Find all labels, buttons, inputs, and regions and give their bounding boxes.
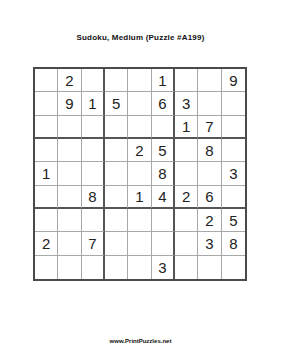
cell-r6c1[interactable]: [35, 186, 58, 209]
cell-r5c8[interactable]: [198, 162, 221, 185]
cell-r2c4[interactable]: 5: [105, 92, 128, 115]
cell-r9c1[interactable]: [35, 256, 58, 279]
cell-r3c2[interactable]: [58, 116, 81, 139]
page-title: Sudoku, Medium (Puzzle #A199): [0, 33, 281, 42]
cell-r7c2[interactable]: [58, 209, 81, 232]
cell-r9c2[interactable]: [58, 256, 81, 279]
cell-r3c6[interactable]: [152, 116, 175, 139]
cell-r5c2[interactable]: [58, 162, 81, 185]
cell-r4c3[interactable]: [82, 139, 105, 162]
cell-r8c5[interactable]: [128, 232, 151, 255]
cell-r8c2[interactable]: [58, 232, 81, 255]
cell-r8c1[interactable]: 2: [35, 232, 58, 255]
cell-r1c9[interactable]: 9: [222, 69, 245, 92]
cell-r5c1[interactable]: 1: [35, 162, 58, 185]
cell-r1c8[interactable]: [198, 69, 221, 92]
cell-r3c3[interactable]: [82, 116, 105, 139]
cell-r2c7[interactable]: 3: [175, 92, 198, 115]
cell-r9c3[interactable]: [82, 256, 105, 279]
cell-r5c7[interactable]: [175, 162, 198, 185]
cell-r6c9[interactable]: [222, 186, 245, 209]
cell-r1c4[interactable]: [105, 69, 128, 92]
cell-r7c6[interactable]: [152, 209, 175, 232]
cell-r7c1[interactable]: [35, 209, 58, 232]
cell-r9c8[interactable]: [198, 256, 221, 279]
cell-r8c3[interactable]: 7: [82, 232, 105, 255]
cell-r2c3[interactable]: 1: [82, 92, 105, 115]
cell-r1c7[interactable]: [175, 69, 198, 92]
cell-r4c7[interactable]: [175, 139, 198, 162]
cell-r8c8[interactable]: 3: [198, 232, 221, 255]
cell-r2c6[interactable]: 6: [152, 92, 175, 115]
cell-r2c2[interactable]: 9: [58, 92, 81, 115]
cell-r5c5[interactable]: [128, 162, 151, 185]
cell-r2c9[interactable]: [222, 92, 245, 115]
cell-r7c5[interactable]: [128, 209, 151, 232]
cell-r5c6[interactable]: 8: [152, 162, 175, 185]
cell-r7c4[interactable]: [105, 209, 128, 232]
cell-r9c5[interactable]: [128, 256, 151, 279]
cell-r3c7[interactable]: 1: [175, 116, 198, 139]
cell-r6c8[interactable]: 6: [198, 186, 221, 209]
cell-r9c4[interactable]: [105, 256, 128, 279]
cell-r4c8[interactable]: 8: [198, 139, 221, 162]
cell-r8c6[interactable]: [152, 232, 175, 255]
footer-url: www.PrintPuzzles.net: [0, 338, 281, 344]
cell-r3c8[interactable]: 7: [198, 116, 221, 139]
cell-r6c3[interactable]: 8: [82, 186, 105, 209]
cell-r9c7[interactable]: [175, 256, 198, 279]
cell-r4c1[interactable]: [35, 139, 58, 162]
cell-r3c1[interactable]: [35, 116, 58, 139]
cell-r6c7[interactable]: 2: [175, 186, 198, 209]
cell-r8c4[interactable]: [105, 232, 128, 255]
cell-r6c2[interactable]: [58, 186, 81, 209]
cell-r1c6[interactable]: 1: [152, 69, 175, 92]
cell-r7c8[interactable]: 2: [198, 209, 221, 232]
cell-r3c5[interactable]: [128, 116, 151, 139]
sudoku-board: 2199156317258183814262527383: [33, 67, 247, 281]
cell-r2c8[interactable]: [198, 92, 221, 115]
cell-r3c4[interactable]: [105, 116, 128, 139]
cell-r6c6[interactable]: 4: [152, 186, 175, 209]
cell-r8c7[interactable]: [175, 232, 198, 255]
cell-r2c1[interactable]: [35, 92, 58, 115]
cell-r6c5[interactable]: 1: [128, 186, 151, 209]
cell-r7c3[interactable]: [82, 209, 105, 232]
cell-r9c6[interactable]: 3: [152, 256, 175, 279]
cell-r1c2[interactable]: 2: [58, 69, 81, 92]
cell-r3c9[interactable]: [222, 116, 245, 139]
cell-r8c9[interactable]: 8: [222, 232, 245, 255]
cell-r4c9[interactable]: [222, 139, 245, 162]
cell-r1c3[interactable]: [82, 69, 105, 92]
cell-r4c5[interactable]: 2: [128, 139, 151, 162]
cell-r4c4[interactable]: [105, 139, 128, 162]
cell-r4c2[interactable]: [58, 139, 81, 162]
cell-r5c4[interactable]: [105, 162, 128, 185]
cell-r1c1[interactable]: [35, 69, 58, 92]
cell-r7c7[interactable]: [175, 209, 198, 232]
cell-r5c3[interactable]: [82, 162, 105, 185]
cell-r5c9[interactable]: 3: [222, 162, 245, 185]
cell-r7c9[interactable]: 5: [222, 209, 245, 232]
cell-r6c4[interactable]: [105, 186, 128, 209]
page: Sudoku, Medium (Puzzle #A199) 2199156317…: [0, 0, 281, 363]
cell-r4c6[interactable]: 5: [152, 139, 175, 162]
cell-r9c9[interactable]: [222, 256, 245, 279]
cell-r1c5[interactable]: [128, 69, 151, 92]
cell-r2c5[interactable]: [128, 92, 151, 115]
